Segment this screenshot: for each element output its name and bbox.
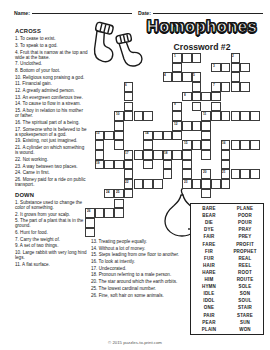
across-clue: 11. Financial gain. (15, 81, 88, 86)
across-clue: 14. To cause to flow in a stream. (15, 101, 88, 106)
clue-number: 22 (125, 180, 128, 183)
across-clue: 23. A way between two places. (15, 164, 88, 169)
grid-cell[interactable] (172, 131, 182, 141)
clue-number: 15 (184, 141, 187, 144)
grid-cell[interactable] (231, 169, 241, 179)
word-bank-item: SOUL (227, 298, 263, 303)
grid-cell[interactable] (95, 140, 105, 150)
grid-cell[interactable] (250, 140, 260, 150)
word-bank-item: FUR (191, 256, 227, 261)
grid-cell[interactable]: 19 (95, 160, 105, 170)
worksheet-page: { "game": "crossword", "header": { "name… (0, 0, 270, 350)
grid-cell[interactable] (163, 160, 173, 170)
word-bank-item: HARE (191, 270, 227, 275)
grid-cell[interactable] (182, 160, 192, 170)
across-clue: 12. A greatly admired person. (15, 88, 88, 93)
clue-number: 19 (96, 161, 99, 164)
grid-cell[interactable] (104, 160, 114, 170)
grid-cell[interactable] (231, 72, 241, 82)
grid-cell[interactable] (114, 131, 124, 141)
down-clue: 14. Without a lot of money. (91, 246, 186, 251)
grid-cell[interactable]: 21 (221, 169, 231, 179)
clue-number: 8 (184, 93, 186, 96)
across-clue: 8. Bottom of your foot. (15, 68, 88, 73)
date-input-line[interactable] (153, 7, 263, 14)
word-bank-item: IDLE (191, 291, 227, 296)
grid-cell[interactable] (134, 150, 144, 160)
word-bank-item: POUR (227, 220, 263, 225)
grid-cell[interactable] (250, 111, 260, 121)
grid-cell[interactable] (153, 179, 163, 189)
clue-number: 24 (106, 190, 109, 193)
grid-cell[interactable]: 6 (124, 82, 134, 92)
down-header: DOWN (15, 192, 88, 198)
grid-cell[interactable] (153, 150, 163, 160)
down-clue: 17. Undecorated. (91, 266, 186, 271)
across-clue: 7. Unclothed. (15, 61, 88, 66)
down-clue: 7. Carry the weight of. (15, 237, 88, 242)
grid-cell[interactable]: 13 (95, 131, 105, 141)
grid-cell[interactable] (124, 111, 134, 121)
grid-cell[interactable]: 8 (182, 92, 192, 102)
grid-cell[interactable] (192, 121, 202, 131)
word-bank-item: HYMN (191, 284, 227, 289)
grid-cell[interactable] (124, 160, 134, 170)
word-bank-item: ROOT (227, 270, 263, 275)
down-clue: 18. Pronoun referring to a male person. (91, 272, 186, 277)
down-clue: 5. The part of a plant that is in the gr… (15, 218, 88, 228)
grid-cell[interactable]: 12 (172, 121, 182, 131)
grid-cell[interactable]: 18 (163, 150, 173, 160)
grid-cell[interactable]: 16 (221, 140, 231, 150)
across-clue: 15. A boy in relation to his mother or f… (15, 108, 88, 118)
grid-cell[interactable] (221, 150, 231, 160)
across-clue: 26. Money paid for a ride on public tran… (15, 177, 88, 187)
word-bank-item: STAIR (227, 305, 263, 310)
across-clue: 4. Fruit that is narrow at the top and w… (15, 50, 88, 60)
grid-cell[interactable] (211, 179, 221, 189)
word-bank-item: DIE (191, 220, 227, 225)
grid-cell[interactable] (192, 102, 202, 112)
grid-cell[interactable] (182, 72, 192, 82)
grid-cell[interactable] (201, 179, 211, 189)
date-label: Date: (138, 10, 151, 16)
grid-cell[interactable] (192, 92, 202, 102)
grid-cell[interactable] (240, 82, 250, 92)
word-bank-item: IDOL (191, 298, 227, 303)
grid-cell[interactable] (221, 82, 231, 92)
grid-cell[interactable] (182, 150, 192, 160)
word-bank-item: STARE (227, 313, 263, 318)
clue-number: 20 (203, 170, 206, 173)
down-clue: 16. To look at intently. (91, 259, 186, 264)
clue-number: 5 (193, 73, 195, 76)
grid-cell[interactable] (221, 160, 231, 170)
word-bank-item: FIR (191, 249, 227, 254)
grid-cell[interactable]: 26 (85, 208, 95, 218)
page-subtitle: Crossword #2 (140, 42, 264, 52)
grid-cell[interactable] (201, 140, 211, 150)
grid-cell[interactable]: 3 (211, 63, 221, 73)
grid-cell[interactable] (124, 102, 134, 112)
grid-cell[interactable] (153, 131, 163, 141)
across-clue: 22. Not working. (15, 157, 88, 162)
grid-cell[interactable] (124, 189, 134, 199)
grid-cell[interactable] (163, 169, 173, 179)
grid-cell[interactable]: 7 (211, 82, 221, 92)
grid-cell[interactable] (95, 150, 105, 160)
clue-number: 18 (164, 151, 167, 154)
grid-cell[interactable] (172, 111, 182, 121)
down-clue: 1. Substance used to change the color of… (15, 200, 88, 210)
grid-cell[interactable]: 11 (201, 111, 211, 121)
grid-cell[interactable] (231, 63, 241, 73)
down-clue: 11. A flat surface. (15, 262, 88, 267)
grid-cell[interactable]: 1 (172, 53, 182, 63)
clue-column-middle: 13. Treating people equally.14. Without … (91, 239, 186, 299)
grid-cell[interactable] (231, 111, 241, 121)
word-bank-item: ROUTE (227, 277, 263, 282)
name-label: Name: (14, 10, 30, 16)
across-header: ACROSS (15, 28, 88, 34)
grid-cell[interactable] (240, 63, 250, 73)
grid-cell[interactable]: 15 (182, 140, 192, 150)
clue-number: 9 (174, 102, 176, 105)
clue-number: 2 (232, 54, 234, 57)
clue-number: 23 (184, 180, 187, 183)
grid-cell[interactable] (114, 208, 124, 218)
grid-cell[interactable]: 5 (192, 72, 202, 82)
clue-number: 6 (125, 83, 127, 86)
grid-cell[interactable] (172, 63, 182, 73)
down-clue: 13. Treating people equally. (91, 239, 186, 244)
down-clue: 2. It grows from your scalp. (15, 212, 88, 217)
word-bank-item: PLAIN (191, 327, 227, 332)
word-bank-item: PROFIT (227, 242, 263, 247)
word-bank-item: BEAR (191, 213, 227, 218)
clue-number: 13 (96, 131, 99, 134)
grid-cell[interactable] (104, 131, 114, 141)
down-clue: 10. Large rabbit with very long hind leg… (15, 250, 88, 260)
word-bank-item: SON (227, 291, 263, 296)
grid-cell[interactable] (192, 82, 202, 92)
grid-cell[interactable] (201, 92, 211, 102)
grid-cell[interactable] (201, 189, 211, 199)
grid-cell[interactable] (250, 169, 260, 179)
word-bank-item: REAL (227, 256, 263, 261)
clue-number: 7 (213, 83, 215, 86)
grid-cell[interactable] (143, 179, 153, 189)
page-title: Homophones (140, 17, 264, 36)
grid-cell[interactable] (192, 53, 202, 63)
across-clue: 24. Came in first. (15, 170, 88, 175)
grid-cell[interactable] (172, 72, 182, 82)
grid-cell[interactable]: 25 (114, 189, 124, 199)
grid-cell[interactable]: 24 (104, 189, 114, 199)
grid-cell[interactable] (124, 169, 134, 179)
grid-cell[interactable] (114, 199, 124, 209)
grid-cell[interactable]: 2 (231, 53, 241, 63)
down-clue: 15. Steps leading from one floor to anot… (91, 252, 186, 257)
grid-cell[interactable] (211, 102, 221, 112)
across-clue: 13. An evergreen coniferous tree. (15, 95, 88, 100)
grid-cell[interactable] (114, 140, 124, 150)
clue-number: 26 (87, 209, 90, 212)
grid-cell[interactable] (192, 140, 202, 150)
across-clue: 3. To speak to a god. (15, 43, 88, 48)
word-bank-item: PAIR (191, 313, 227, 318)
grid-cell[interactable] (221, 63, 231, 73)
clue-number: 21 (222, 170, 225, 173)
grid-cell[interactable] (240, 111, 250, 121)
grid-cell[interactable] (240, 140, 250, 150)
grid-cell[interactable] (143, 150, 153, 160)
grid-cell[interactable] (231, 140, 241, 150)
word-bank-item: REEL (227, 263, 263, 268)
grid-cell[interactable]: 20 (201, 169, 211, 179)
grid-cell[interactable]: 22 (124, 179, 134, 189)
across-clue: 1. To cease to exist. (15, 36, 88, 41)
grid-cell[interactable] (192, 179, 202, 189)
word-bank-item: WON (227, 327, 263, 332)
grid-cell[interactable] (95, 208, 105, 218)
clue-number: 25 (116, 190, 119, 193)
name-input-line[interactable] (32, 7, 132, 14)
grid-cell[interactable] (182, 121, 192, 131)
clue-number: 12 (174, 122, 177, 125)
clue-number: 1 (174, 54, 176, 57)
grid-cell[interactable] (231, 82, 241, 92)
grid-cell[interactable] (134, 111, 144, 121)
grid-cell[interactable] (143, 111, 153, 121)
clue-number: 14 (145, 131, 148, 134)
grid-cell[interactable] (143, 140, 153, 150)
clue-number: 4 (164, 73, 166, 76)
grid-cell[interactable] (211, 92, 221, 102)
grid-cell[interactable] (124, 92, 134, 102)
grid-cell[interactable] (85, 228, 95, 238)
grid-cell[interactable] (114, 121, 124, 131)
socks-icon (83, 20, 149, 80)
word-bank-item: POOR (227, 213, 263, 218)
grid-cell[interactable] (104, 208, 114, 218)
across-clue: 17. Someone who is believed to be a spok… (15, 127, 88, 137)
grid-cell[interactable] (201, 121, 211, 131)
grid-cell[interactable]: 17 (124, 150, 134, 160)
grid-cell[interactable] (182, 53, 192, 63)
word-bank-item: PROPHET (227, 249, 263, 254)
clue-number: 10 (116, 112, 119, 115)
grid-cell[interactable] (211, 111, 221, 121)
across-clue: 16. The spiritual part of a being. (15, 120, 88, 125)
grid-cell[interactable]: 14 (143, 131, 153, 141)
across-clue: 21. A cylinder on which something is wou… (15, 145, 88, 155)
clue-number: 17 (125, 151, 128, 154)
word-bank-item: SOLE (227, 284, 263, 289)
grid-cell[interactable] (221, 111, 231, 121)
across-clue: 19. Existing, not just imagined. (15, 138, 88, 143)
grid-cell[interactable] (114, 160, 124, 170)
down-clue: 20. The star around which the earth orbi… (91, 279, 186, 284)
grid-cell[interactable] (182, 169, 192, 179)
word-bank: BAREPLANEBEARPOORDIEPOURDYEPRAYFAIRPREYF… (190, 203, 264, 335)
grid-cell[interactable] (172, 150, 182, 160)
down-clue: 9. A set of two things. (15, 243, 88, 248)
grid-cell[interactable] (240, 169, 250, 179)
word-bank-item: PRAY (227, 227, 263, 232)
grid-cell[interactable] (201, 131, 211, 141)
word-bank-item: PEAR (191, 320, 227, 325)
down-clue: 25. The lowest cardinal number. (91, 286, 186, 291)
clue-column-left: ACROSS1. To cease to exist.3. To speak t… (15, 28, 88, 269)
word-bank-item: PREY (227, 234, 263, 239)
grid-cell[interactable] (221, 179, 231, 189)
across-clue: 10. Religious song praising a god. (15, 75, 88, 80)
word-bank-item: HAIR (191, 263, 227, 268)
word-bank-item: PLANE (227, 206, 263, 211)
word-bank-item: FARE (191, 242, 227, 247)
grid-cell[interactable] (134, 179, 144, 189)
grid-cell[interactable]: 9 (172, 102, 182, 112)
grid-cell[interactable] (163, 131, 173, 141)
word-bank-item: SUN (227, 320, 263, 325)
copyright-footer: © 2015 puzzles-to-print.com (0, 340, 270, 345)
clue-number: 11 (203, 112, 206, 115)
grid-cell[interactable] (201, 150, 211, 160)
word-bank-item: DYE (191, 227, 227, 232)
down-clue: 26. Fine, soft hair on some animals. (91, 293, 186, 298)
grid-cell[interactable]: 4 (163, 72, 173, 82)
down-clue: 6. Hunt for food. (15, 230, 88, 235)
word-bank-item: FAIR (191, 234, 227, 239)
word-bank-item: HIM (191, 277, 227, 282)
word-bank-item: ONE (191, 305, 227, 310)
grid-cell[interactable] (143, 160, 153, 170)
grid-cell[interactable] (85, 218, 95, 228)
grid-cell[interactable]: 10 (114, 111, 124, 121)
word-bank-item: BARE (191, 206, 227, 211)
grid-cell[interactable]: 23 (182, 179, 192, 189)
clue-number: 3 (213, 64, 215, 67)
clue-number: 16 (222, 141, 225, 144)
